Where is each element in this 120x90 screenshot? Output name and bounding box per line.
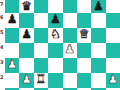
square-h5[interactable] <box>106 28 120 43</box>
square-g7[interactable]: ♟ <box>91 0 105 13</box>
white-rook[interactable]: ♜ <box>34 73 48 86</box>
white-pawn[interactable]: ♟ <box>106 73 120 86</box>
rank-label-gutter: 3 <box>0 58 5 73</box>
square-g1[interactable] <box>91 88 105 90</box>
square-b1[interactable] <box>19 88 33 90</box>
white-pawn[interactable]: ♟ <box>19 73 33 86</box>
square-h6[interactable] <box>106 13 120 28</box>
rank-label-3: 3 <box>0 58 5 65</box>
square-c2[interactable]: ♜ <box>34 73 48 88</box>
square-c1[interactable] <box>34 88 48 90</box>
square-e6[interactable] <box>63 13 77 28</box>
square-c4[interactable] <box>34 43 48 58</box>
square-b6[interactable] <box>19 13 33 28</box>
white-knight[interactable]: ♞ <box>48 28 62 41</box>
square-d2[interactable] <box>48 73 62 88</box>
square-a6[interactable]: ♟ <box>5 13 19 28</box>
square-b3[interactable] <box>19 58 33 73</box>
black-pawn[interactable]: ♟ <box>91 0 105 13</box>
square-f7[interactable] <box>77 0 91 13</box>
square-a4[interactable] <box>5 43 19 58</box>
square-a1[interactable] <box>5 88 19 90</box>
square-d3[interactable] <box>48 58 62 73</box>
square-a3[interactable]: ♟ <box>5 58 19 73</box>
square-g4[interactable] <box>91 43 105 58</box>
square-h1[interactable] <box>106 88 120 90</box>
square-h4[interactable] <box>106 43 120 58</box>
square-e1[interactable] <box>63 88 77 90</box>
square-e2[interactable] <box>63 73 77 88</box>
square-c7[interactable] <box>34 0 48 13</box>
square-g3[interactable] <box>91 58 105 73</box>
rank-label-4: 4 <box>0 43 5 50</box>
square-g5[interactable] <box>91 28 105 43</box>
square-h3[interactable] <box>106 58 120 73</box>
rank-label-2: 2 <box>0 73 5 80</box>
black-pawn[interactable]: ♟ <box>48 13 62 26</box>
square-e5[interactable] <box>63 28 77 43</box>
square-d1[interactable] <box>48 88 62 90</box>
square-e7[interactable] <box>63 0 77 13</box>
square-a5[interactable] <box>5 28 19 43</box>
square-f4[interactable] <box>77 43 91 58</box>
square-g6[interactable] <box>91 13 105 28</box>
square-c5[interactable] <box>34 28 48 43</box>
rank-label-gutter: 6 <box>0 13 5 28</box>
square-f1[interactable] <box>77 88 91 90</box>
square-c3[interactable] <box>34 58 48 73</box>
rank-label-5: 5 <box>0 28 5 35</box>
square-f3[interactable] <box>77 58 91 73</box>
black-pawn[interactable]: ♟ <box>19 28 33 41</box>
white-queen[interactable]: ♛ <box>77 28 91 41</box>
chess-board-screenshot: 7♛♟6♟♟5♟♞♛4♟3♟2♟♜♟ <box>0 0 120 90</box>
square-c6[interactable] <box>34 13 48 28</box>
square-d4[interactable] <box>48 43 62 58</box>
rank-label-gutter <box>0 88 5 90</box>
square-b7[interactable]: ♛ <box>19 0 33 13</box>
rank-label-gutter: 2 <box>0 73 5 88</box>
square-h2[interactable]: ♟ <box>106 73 120 88</box>
black-pawn[interactable]: ♟ <box>5 13 19 26</box>
rank-label-gutter: 4 <box>0 43 5 58</box>
chess-board: 7♛♟6♟♟5♟♞♛4♟3♟2♟♜♟ <box>0 0 120 90</box>
square-d6[interactable]: ♟ <box>48 13 62 28</box>
white-pawn[interactable]: ♟ <box>5 58 19 71</box>
rank-label-gutter: 7 <box>0 0 5 13</box>
rank-label-6: 6 <box>0 13 5 20</box>
square-f6[interactable] <box>77 13 91 28</box>
square-b2[interactable]: ♟ <box>19 73 33 88</box>
square-h7[interactable] <box>106 0 120 13</box>
rank-label-7: 7 <box>0 0 5 7</box>
square-a2[interactable] <box>5 73 19 88</box>
square-f2[interactable] <box>77 73 91 88</box>
square-b5[interactable]: ♟ <box>19 28 33 43</box>
black-queen[interactable]: ♛ <box>19 0 33 13</box>
square-b4[interactable] <box>19 43 33 58</box>
rank-label-gutter: 5 <box>0 28 5 43</box>
square-d5[interactable]: ♞ <box>48 28 62 43</box>
square-e4[interactable]: ♟ <box>63 43 77 58</box>
square-e3[interactable] <box>63 58 77 73</box>
square-f5[interactable]: ♛ <box>77 28 91 43</box>
white-pawn[interactable]: ♟ <box>63 43 77 56</box>
square-g2[interactable] <box>91 73 105 88</box>
